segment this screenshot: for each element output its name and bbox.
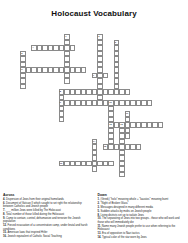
down-clues-column: Down 1. (Greek) "holo" meaning whole + "… — [98, 193, 186, 240]
clue-item: 5. Sudden attacks by mobs on Jewish peop… — [98, 210, 186, 213]
grid-cell[interactable] — [103, 73, 109, 79]
grid-cell[interactable] — [119, 172, 125, 178]
clue-number: 8 — [60, 90, 61, 92]
clue-number: 11 — [126, 112, 128, 114]
across-header: Across — [3, 193, 91, 197]
across-clues-column: Across 4. Dispersion of Jews from their … — [3, 193, 91, 240]
clues-section: Across 4. Dispersion of Jews from their … — [3, 193, 185, 240]
grid-cell[interactable] — [81, 67, 87, 73]
clue-number: 14 — [93, 140, 95, 142]
grid-cell[interactable] — [114, 144, 120, 150]
clue-item: 8. Total number of those killed during t… — [3, 213, 91, 216]
clue-number: 9 — [60, 101, 61, 103]
clue-number: 13 — [120, 123, 122, 125]
grid-cell[interactable] — [136, 144, 142, 150]
grid-cell[interactable] — [20, 84, 26, 90]
grid-cell[interactable] — [86, 161, 92, 167]
across-clue-list: 4. Dispersion of Jews from their origina… — [3, 198, 91, 239]
clue-number: 7 — [93, 74, 94, 76]
grid-cell[interactable] — [108, 89, 114, 95]
clue-number: 2 — [98, 35, 99, 37]
grid-cell[interactable] — [64, 78, 70, 84]
grid-cell[interactable]: 15 — [103, 144, 109, 150]
clue-number: 16 — [60, 162, 62, 164]
clue-number: 4 — [32, 46, 33, 48]
clue-item: 2. "Night of Broken Glass" — [98, 202, 186, 205]
page-title: Holocaust Vocabulary — [0, 9, 188, 18]
grid-cell[interactable] — [92, 89, 98, 95]
clue-item: 7. ___ million Jews were killed by The H… — [3, 209, 91, 212]
clue-item: 13. Era of opposition to Nazi tactics — [98, 232, 186, 235]
clue-number: 10 — [109, 101, 111, 103]
grid-cell[interactable] — [147, 100, 153, 106]
clue-item: 1. (Greek) "holo" meaning whole + "kaust… — [98, 198, 186, 201]
clue-number: 6 — [21, 68, 22, 70]
clue-item: 10. The separating of Jews into two grou… — [98, 217, 186, 224]
crossword-grid: 12345678910121113141516 — [20, 34, 170, 179]
clue-number: 1 — [65, 35, 66, 37]
grid-cell[interactable] — [108, 161, 114, 167]
grid-cell[interactable] — [70, 45, 76, 51]
grid-cell[interactable]: 7 — [92, 73, 98, 79]
grid-cell[interactable] — [158, 122, 164, 128]
clue-item: 3. Messages designed in many different m… — [98, 206, 186, 209]
grid-cell[interactable] — [92, 166, 98, 172]
grid-cell[interactable] — [59, 117, 65, 123]
grid-cell[interactable] — [92, 100, 98, 106]
clue-item: 16. Jewish equivalent of Catholic Social… — [3, 235, 91, 238]
clue-item: 9. Camp to contain, control, dehumanize … — [3, 217, 91, 224]
grid-cell[interactable] — [59, 67, 65, 73]
grid-cell[interactable] — [125, 89, 131, 95]
clue-number: 3 — [115, 41, 116, 43]
clue-item: 12. Forced evacuation of a concentration… — [3, 224, 91, 231]
down-clue-list: 1. (Greek) "holo" meaning whole + "kaust… — [98, 198, 186, 239]
clue-item: 4. Dispersion of Jews from their origina… — [3, 198, 91, 201]
clue-number: 15 — [104, 145, 106, 147]
clue-number: 12 — [109, 123, 111, 125]
clue-item: 11. Name many Jewish people prefer to us… — [98, 225, 186, 232]
down-header: Down — [98, 193, 186, 197]
clue-item: 6. Document of Vatican II which sought t… — [3, 202, 91, 209]
grid-cell[interactable] — [125, 133, 131, 139]
clue-number: 5 — [21, 52, 22, 54]
grid-cell[interactable] — [59, 45, 65, 51]
clue-item: 14. Typical color of the star worn by Je… — [98, 236, 186, 239]
